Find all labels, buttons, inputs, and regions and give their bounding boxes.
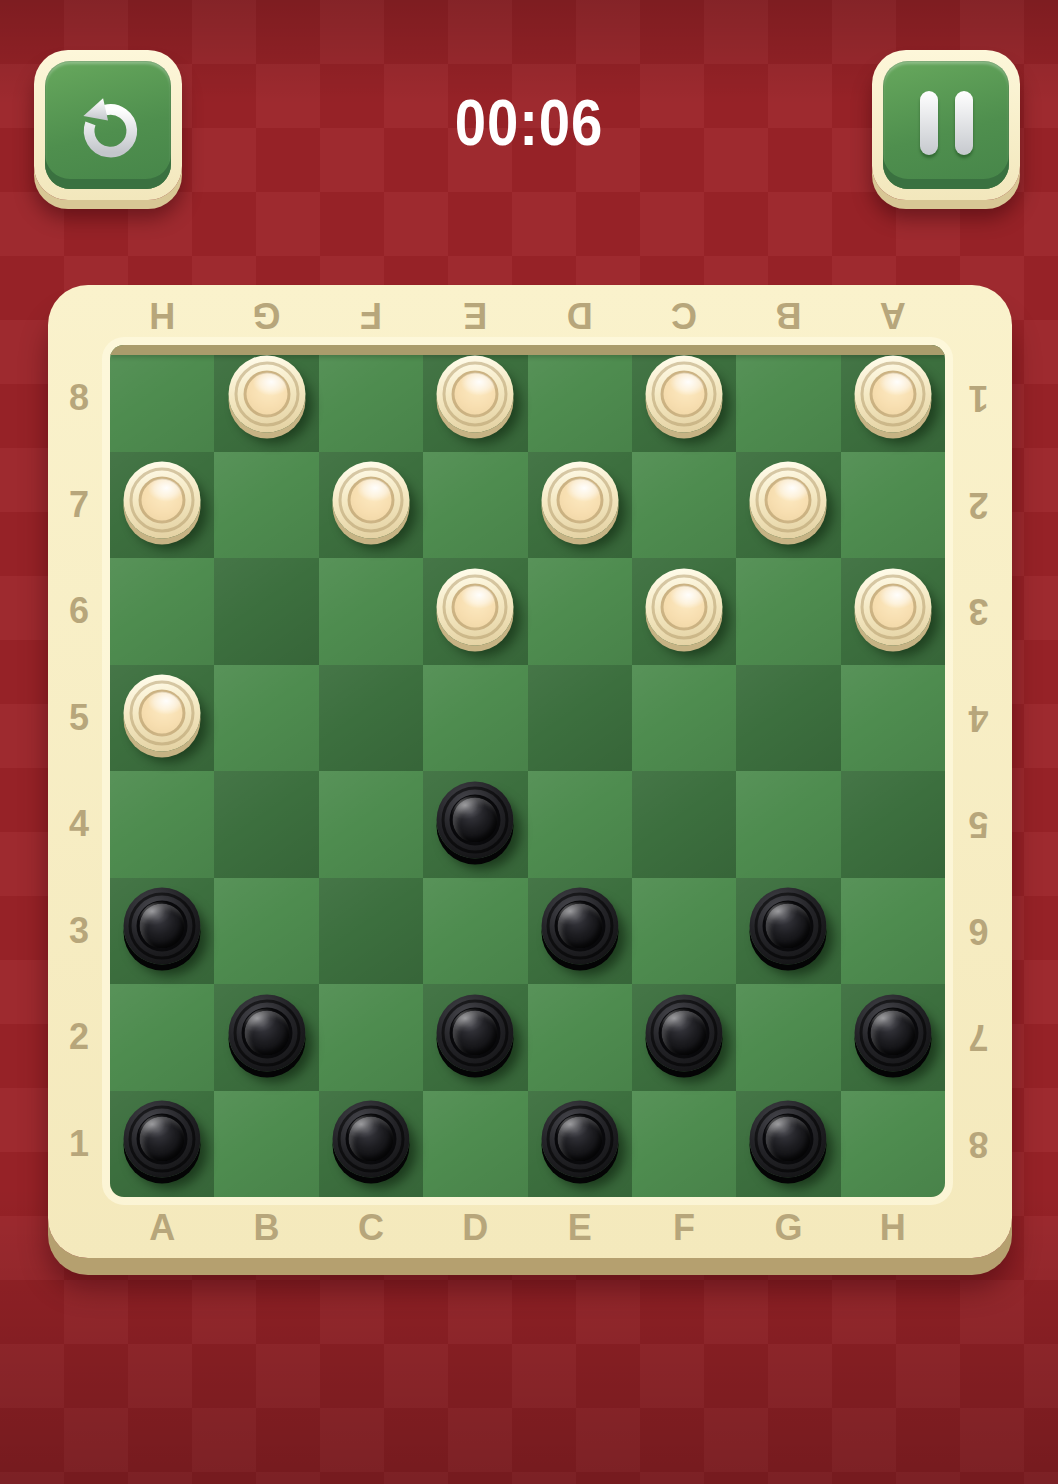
board: [110, 345, 945, 1197]
file-label-top-c: C: [671, 297, 697, 333]
black-checker-d4[interactable]: [437, 781, 514, 858]
rank-label-right-7: 7: [968, 1019, 988, 1055]
file-label-bottom-b: B: [254, 1210, 280, 1246]
square-f6[interactable]: [632, 558, 736, 665]
square-b6[interactable]: [214, 558, 318, 665]
square-h6[interactable]: [841, 558, 945, 665]
rank-label-right-1: 1: [968, 380, 988, 416]
square-c2: [319, 984, 423, 1091]
file-label-top-h: H: [149, 297, 175, 333]
square-h3: [841, 878, 945, 985]
square-b4[interactable]: [214, 771, 318, 878]
square-h5: [841, 665, 945, 772]
pause-button-face: [883, 61, 1009, 189]
file-label-bottom-h: H: [880, 1210, 906, 1246]
file-label-top-d: D: [567, 297, 593, 333]
square-g1[interactable]: [736, 1091, 840, 1198]
square-h7: [841, 452, 945, 559]
white-checker-e7[interactable]: [541, 462, 618, 539]
square-f1: [632, 1091, 736, 1198]
file-label-bottom-c: C: [358, 1210, 384, 1246]
white-checker-c7[interactable]: [332, 462, 409, 539]
square-e6: [528, 558, 632, 665]
square-b1: [214, 1091, 318, 1198]
square-a4: [110, 771, 214, 878]
square-f4[interactable]: [632, 771, 736, 878]
square-h8[interactable]: [841, 345, 945, 452]
rank-labels-right: 87654321: [945, 345, 1012, 1197]
file-labels-top: ABCDEFGH: [110, 285, 945, 345]
square-a1[interactable]: [110, 1091, 214, 1198]
file-label-bottom-a: A: [149, 1210, 175, 1246]
square-e7[interactable]: [528, 452, 632, 559]
square-d8[interactable]: [423, 345, 527, 452]
file-label-top-f: F: [360, 297, 382, 333]
square-e3[interactable]: [528, 878, 632, 985]
square-b7: [214, 452, 318, 559]
white-checker-d8[interactable]: [437, 355, 514, 432]
square-e2: [528, 984, 632, 1091]
black-checker-g3[interactable]: [750, 888, 827, 965]
white-checker-g7[interactable]: [750, 462, 827, 539]
rank-labels-left: 87654321: [48, 345, 110, 1197]
rank-label-right-8: 8: [968, 1126, 988, 1162]
black-checker-a1[interactable]: [124, 1101, 201, 1178]
pause-button[interactable]: [872, 50, 1020, 200]
black-checker-c1[interactable]: [332, 1101, 409, 1178]
square-c5[interactable]: [319, 665, 423, 772]
black-checker-a3[interactable]: [124, 888, 201, 965]
white-checker-b8[interactable]: [228, 355, 305, 432]
black-checker-h2[interactable]: [854, 994, 931, 1071]
square-b2[interactable]: [214, 984, 318, 1091]
square-e8: [528, 345, 632, 452]
square-f5: [632, 665, 736, 772]
square-c7[interactable]: [319, 452, 423, 559]
square-d3: [423, 878, 527, 985]
square-d2[interactable]: [423, 984, 527, 1091]
square-c1[interactable]: [319, 1091, 423, 1198]
square-b3: [214, 878, 318, 985]
file-label-bottom-e: E: [568, 1210, 592, 1246]
white-checker-d6[interactable]: [437, 568, 514, 645]
black-checker-e1[interactable]: [541, 1101, 618, 1178]
rank-label-left-3: 3: [69, 913, 89, 949]
file-label-top-g: G: [253, 297, 281, 333]
white-checker-f8[interactable]: [646, 355, 723, 432]
black-checker-b2[interactable]: [228, 994, 305, 1071]
rank-label-left-5: 5: [69, 700, 89, 736]
square-h1: [841, 1091, 945, 1198]
white-checker-a7[interactable]: [124, 462, 201, 539]
file-label-top-e: E: [463, 297, 487, 333]
square-g8: [736, 345, 840, 452]
square-a3[interactable]: [110, 878, 214, 985]
square-d5: [423, 665, 527, 772]
square-g2: [736, 984, 840, 1091]
square-d6[interactable]: [423, 558, 527, 665]
square-a7[interactable]: [110, 452, 214, 559]
file-label-bottom-g: G: [774, 1210, 802, 1246]
square-a8: [110, 345, 214, 452]
game-screen: 00:06 ABCDEFGH ABCDEFGH 87654321 8765432…: [0, 0, 1058, 1484]
white-checker-h6[interactable]: [854, 568, 931, 645]
black-checker-g1[interactable]: [750, 1101, 827, 1178]
square-a5[interactable]: [110, 665, 214, 772]
square-f3: [632, 878, 736, 985]
square-e4: [528, 771, 632, 878]
black-checker-f2[interactable]: [646, 994, 723, 1071]
black-checker-e3[interactable]: [541, 888, 618, 965]
white-checker-h8[interactable]: [854, 355, 931, 432]
square-d1: [423, 1091, 527, 1198]
white-checker-a5[interactable]: [124, 675, 201, 752]
square-d4[interactable]: [423, 771, 527, 878]
square-c3[interactable]: [319, 878, 423, 985]
square-a6: [110, 558, 214, 665]
square-g6: [736, 558, 840, 665]
square-h4[interactable]: [841, 771, 945, 878]
square-b8[interactable]: [214, 345, 318, 452]
rank-label-left-2: 2: [69, 1019, 89, 1055]
rank-label-left-7: 7: [69, 487, 89, 523]
rank-label-left-1: 1: [69, 1126, 89, 1162]
rank-label-right-2: 2: [968, 487, 988, 523]
square-c8: [319, 345, 423, 452]
square-g5[interactable]: [736, 665, 840, 772]
square-f7: [632, 452, 736, 559]
rank-label-right-3: 3: [968, 593, 988, 629]
black-checker-d2[interactable]: [437, 994, 514, 1071]
file-label-bottom-f: F: [673, 1210, 695, 1246]
rank-label-right-4: 4: [968, 700, 988, 736]
rank-label-right-6: 6: [968, 913, 988, 949]
rank-label-left-6: 6: [69, 593, 89, 629]
rank-label-left-4: 4: [69, 806, 89, 842]
pause-icon: [920, 91, 973, 155]
rank-label-right-5: 5: [968, 806, 988, 842]
square-b5: [214, 665, 318, 772]
file-labels-bottom: ABCDEFGH: [110, 1197, 945, 1258]
board-inset-shadow: [110, 345, 945, 355]
rank-label-left-8: 8: [69, 380, 89, 416]
square-g7[interactable]: [736, 452, 840, 559]
square-d7: [423, 452, 527, 559]
board-frame: ABCDEFGH ABCDEFGH 87654321 87654321: [48, 285, 1012, 1258]
square-g3[interactable]: [736, 878, 840, 985]
square-e1[interactable]: [528, 1091, 632, 1198]
square-f2[interactable]: [632, 984, 736, 1091]
square-c6: [319, 558, 423, 665]
square-f8[interactable]: [632, 345, 736, 452]
square-h2[interactable]: [841, 984, 945, 1091]
square-c4: [319, 771, 423, 878]
square-g4: [736, 771, 840, 878]
white-checker-f6[interactable]: [646, 568, 723, 645]
square-a2: [110, 984, 214, 1091]
file-label-top-a: A: [880, 297, 906, 333]
file-label-top-b: B: [775, 297, 801, 333]
square-e5[interactable]: [528, 665, 632, 772]
timer: 00:06: [63, 86, 994, 160]
file-label-bottom-d: D: [462, 1210, 488, 1246]
